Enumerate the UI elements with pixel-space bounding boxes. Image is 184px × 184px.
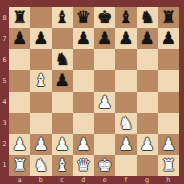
chess-board: ♜♝♛♚♝♞♜♟♟♟♟♟♟♟♞♝♟♟♞♟♟♟♟♟♟♟♜♞♝♛♚♜ — [9, 7, 179, 176]
piece-white-pawn-a2[interactable]: ♟ — [12, 135, 27, 152]
piece-white-pawn-f2[interactable]: ♟ — [118, 135, 133, 152]
square-c1[interactable]: ♝ — [52, 155, 73, 176]
square-g4[interactable] — [137, 92, 158, 113]
square-f4[interactable] — [115, 92, 136, 113]
square-b7[interactable]: ♟ — [30, 28, 51, 49]
square-d2[interactable]: ♟ — [73, 134, 94, 155]
piece-black-queen-d8[interactable]: ♛ — [76, 9, 91, 26]
square-a6[interactable] — [9, 49, 30, 70]
square-b2[interactable]: ♟ — [30, 134, 51, 155]
piece-black-knight-c6[interactable]: ♞ — [55, 51, 70, 68]
file-label-a: a — [9, 176, 30, 184]
piece-black-rook-h8[interactable]: ♜ — [161, 9, 176, 26]
square-b3[interactable] — [30, 113, 51, 134]
square-f8[interactable]: ♝ — [115, 7, 136, 28]
square-c3[interactable] — [52, 113, 73, 134]
square-g5[interactable] — [137, 70, 158, 91]
piece-white-bishop-c1[interactable]: ♝ — [55, 156, 70, 173]
piece-black-pawn-c5[interactable]: ♟ — [55, 72, 70, 89]
square-h8[interactable]: ♜ — [158, 7, 179, 28]
square-e2[interactable] — [94, 134, 115, 155]
chess-board-frame: ♜♝♛♚♝♞♜♟♟♟♟♟♟♟♞♝♟♟♞♟♟♟♟♟♟♟♜♞♝♛♚♜ 8765432… — [0, 0, 184, 184]
piece-black-king-e8[interactable]: ♚ — [97, 9, 112, 26]
square-c6[interactable]: ♞ — [52, 49, 73, 70]
piece-black-pawn-a7[interactable]: ♟ — [12, 30, 27, 47]
square-h3[interactable] — [158, 113, 179, 134]
square-b5[interactable]: ♝ — [30, 70, 51, 91]
file-label-h: h — [158, 176, 179, 184]
rank-label-8: 8 — [0, 7, 9, 28]
piece-black-knight-g8[interactable]: ♞ — [140, 9, 155, 26]
square-c2[interactable]: ♟ — [52, 134, 73, 155]
piece-white-pawn-b2[interactable]: ♟ — [33, 135, 48, 152]
square-d4[interactable] — [73, 92, 94, 113]
square-b4[interactable] — [30, 92, 51, 113]
square-e6[interactable] — [94, 49, 115, 70]
piece-white-pawn-c2[interactable]: ♟ — [55, 135, 70, 152]
square-e3[interactable] — [94, 113, 115, 134]
file-label-f: f — [115, 176, 136, 184]
square-d7[interactable]: ♟ — [73, 28, 94, 49]
square-f1[interactable] — [115, 155, 136, 176]
rank-label-1: 1 — [0, 155, 9, 176]
square-a1[interactable]: ♜ — [9, 155, 30, 176]
square-f3[interactable]: ♞ — [115, 113, 136, 134]
square-b6[interactable] — [30, 49, 51, 70]
piece-black-bishop-f8[interactable]: ♝ — [118, 9, 133, 26]
square-a5[interactable] — [9, 70, 30, 91]
square-d6[interactable] — [73, 49, 94, 70]
rank-label-5: 5 — [0, 70, 9, 91]
file-label-d: d — [73, 176, 94, 184]
square-h2[interactable]: ♟ — [158, 134, 179, 155]
square-h1[interactable]: ♜ — [158, 155, 179, 176]
square-h6[interactable] — [158, 49, 179, 70]
piece-black-rook-a8[interactable]: ♜ — [12, 9, 27, 26]
square-a4[interactable] — [9, 92, 30, 113]
piece-white-king-e1[interactable]: ♚ — [97, 156, 112, 173]
square-e4[interactable]: ♟ — [94, 92, 115, 113]
file-label-b: b — [30, 176, 51, 184]
file-label-g: g — [137, 176, 158, 184]
rank-label-3: 3 — [0, 113, 9, 134]
piece-white-bishop-b5[interactable]: ♝ — [33, 72, 48, 89]
square-a2[interactable]: ♟ — [9, 134, 30, 155]
square-f6[interactable] — [115, 49, 136, 70]
rank-label-4: 4 — [0, 92, 9, 113]
square-f5[interactable] — [115, 70, 136, 91]
square-c4[interactable] — [52, 92, 73, 113]
file-label-e: e — [94, 176, 115, 184]
square-h4[interactable] — [158, 92, 179, 113]
piece-white-rook-h1[interactable]: ♜ — [161, 156, 176, 173]
square-c5[interactable]: ♟ — [52, 70, 73, 91]
square-a7[interactable]: ♟ — [9, 28, 30, 49]
square-f7[interactable]: ♟ — [115, 28, 136, 49]
piece-black-pawn-h7[interactable]: ♟ — [161, 30, 176, 47]
piece-white-knight-b1[interactable]: ♞ — [33, 156, 48, 173]
piece-white-knight-f3[interactable]: ♞ — [118, 114, 133, 131]
square-g8[interactable]: ♞ — [137, 7, 158, 28]
square-e5[interactable] — [94, 70, 115, 91]
square-g6[interactable] — [137, 49, 158, 70]
piece-white-pawn-h2[interactable]: ♟ — [161, 135, 176, 152]
piece-black-pawn-d7[interactable]: ♟ — [76, 30, 91, 47]
square-d5[interactable] — [73, 70, 94, 91]
square-f2[interactable]: ♟ — [115, 134, 136, 155]
square-d3[interactable] — [73, 113, 94, 134]
piece-white-pawn-g2[interactable]: ♟ — [140, 135, 155, 152]
square-h7[interactable]: ♟ — [158, 28, 179, 49]
piece-white-pawn-d2[interactable]: ♟ — [76, 135, 91, 152]
square-d1[interactable]: ♛ — [73, 155, 94, 176]
square-g7[interactable]: ♟ — [137, 28, 158, 49]
piece-white-queen-d1[interactable]: ♛ — [76, 156, 91, 173]
file-label-c: c — [52, 176, 73, 184]
square-a3[interactable] — [9, 113, 30, 134]
square-g1[interactable] — [137, 155, 158, 176]
square-d8[interactable]: ♛ — [73, 7, 94, 28]
square-c7[interactable] — [52, 28, 73, 49]
piece-black-pawn-b7[interactable]: ♟ — [33, 30, 48, 47]
square-g3[interactable] — [137, 113, 158, 134]
piece-white-rook-a1[interactable]: ♜ — [12, 156, 27, 173]
rank-label-7: 7 — [0, 28, 9, 49]
rank-label-2: 2 — [0, 134, 9, 155]
square-c8[interactable]: ♝ — [52, 7, 73, 28]
square-b1[interactable]: ♞ — [30, 155, 51, 176]
piece-black-pawn-e7[interactable]: ♟ — [97, 30, 112, 47]
piece-black-bishop-c8[interactable]: ♝ — [55, 9, 70, 26]
square-h5[interactable] — [158, 70, 179, 91]
piece-black-pawn-g7[interactable]: ♟ — [140, 30, 155, 47]
square-e1[interactable]: ♚ — [94, 155, 115, 176]
square-a8[interactable]: ♜ — [9, 7, 30, 28]
square-g2[interactable]: ♟ — [137, 134, 158, 155]
square-b8[interactable] — [30, 7, 51, 28]
piece-black-pawn-f7[interactable]: ♟ — [118, 30, 133, 47]
square-e7[interactable]: ♟ — [94, 28, 115, 49]
square-e8[interactable]: ♚ — [94, 7, 115, 28]
piece-white-pawn-e4[interactable]: ♟ — [97, 93, 112, 110]
rank-label-6: 6 — [0, 49, 9, 70]
